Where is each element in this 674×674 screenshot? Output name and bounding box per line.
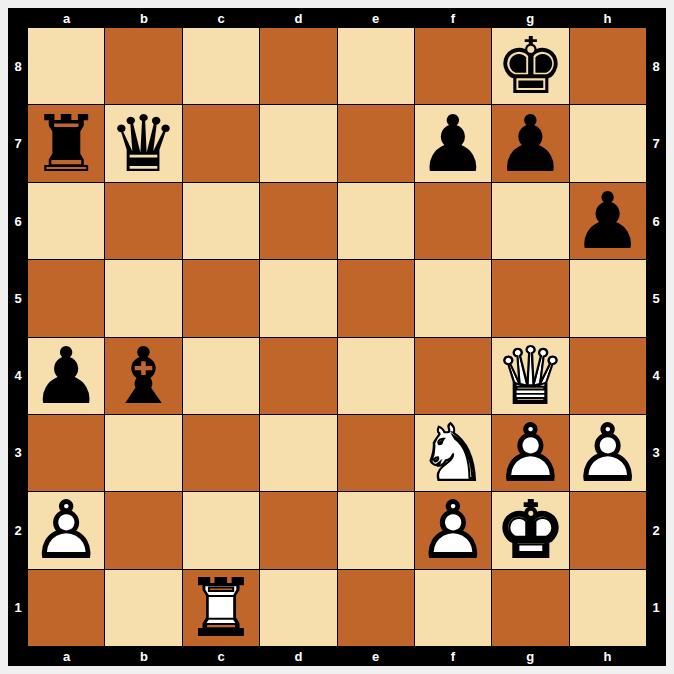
rank-label-left-2: 2 (8, 492, 28, 569)
square-a3[interactable] (28, 415, 104, 491)
square-d2[interactable] (260, 492, 336, 568)
rank-label-right-2: 2 (646, 492, 666, 569)
file-label-top-h: h (569, 8, 646, 28)
square-a2[interactable]: ♟♙ (28, 492, 104, 568)
square-b6[interactable] (105, 183, 181, 259)
board-frame: abcdefgh abcdefgh 87654321 87654321 ♚♜♛♟… (8, 8, 666, 666)
square-c2[interactable] (183, 492, 259, 568)
square-c7[interactable] (183, 105, 259, 181)
square-g8[interactable]: ♚ (492, 28, 568, 104)
rank-label-left-7: 7 (8, 105, 28, 182)
file-label-top-d: d (260, 8, 337, 28)
square-c6[interactable] (183, 183, 259, 259)
square-e5[interactable] (338, 260, 414, 336)
square-a5[interactable] (28, 260, 104, 336)
square-e3[interactable] (338, 415, 414, 491)
square-b1[interactable] (105, 570, 181, 646)
file-label-bottom-b: b (105, 646, 182, 666)
black-pawn-icon: ♟ (570, 183, 646, 259)
white-pawn-outline-icon: ♙ (570, 415, 646, 491)
square-g7[interactable]: ♟ (492, 105, 568, 181)
square-g3[interactable]: ♟♙ (492, 415, 568, 491)
square-e1[interactable] (338, 570, 414, 646)
square-b5[interactable] (105, 260, 181, 336)
white-pawn-outline-icon: ♙ (415, 492, 491, 568)
square-e6[interactable] (338, 183, 414, 259)
black-rook-icon: ♜ (28, 105, 104, 181)
square-b2[interactable] (105, 492, 181, 568)
rank-labels-left: 87654321 (8, 28, 28, 646)
square-c3[interactable] (183, 415, 259, 491)
rank-label-left-8: 8 (8, 28, 28, 105)
square-f7[interactable]: ♟ (415, 105, 491, 181)
rank-label-right-8: 8 (646, 28, 666, 105)
file-label-bottom-d: d (260, 646, 337, 666)
white-pawn-outline-icon: ♙ (28, 492, 104, 568)
board-squares: ♚♜♛♟♟♟♟♝♛♕♞♘♟♙♟♙♟♙♟♙♚♔♜♖ (28, 28, 646, 646)
black-bishop-icon: ♝ (105, 338, 181, 414)
white-rook-outline-icon: ♖ (183, 570, 259, 646)
square-h3[interactable]: ♟♙ (570, 415, 646, 491)
file-label-top-b: b (105, 8, 182, 28)
rank-label-right-5: 5 (646, 260, 666, 337)
file-label-bottom-h: h (569, 646, 646, 666)
square-d1[interactable] (260, 570, 336, 646)
file-label-bottom-g: g (492, 646, 569, 666)
square-c5[interactable] (183, 260, 259, 336)
file-labels-bottom: abcdefgh (28, 646, 646, 666)
file-label-top-e: e (337, 8, 414, 28)
black-pawn-icon: ♟ (415, 105, 491, 181)
square-e8[interactable] (338, 28, 414, 104)
rank-label-right-4: 4 (646, 337, 666, 414)
white-knight-outline-icon: ♘ (415, 415, 491, 491)
square-a7[interactable]: ♜ (28, 105, 104, 181)
rank-labels-right: 87654321 (646, 28, 666, 646)
square-a4[interactable]: ♟ (28, 338, 104, 414)
square-d5[interactable] (260, 260, 336, 336)
square-h2[interactable] (570, 492, 646, 568)
white-king-outline-icon: ♔ (492, 492, 568, 568)
square-h6[interactable]: ♟ (570, 183, 646, 259)
square-d8[interactable] (260, 28, 336, 104)
square-g2[interactable]: ♚♔ (492, 492, 568, 568)
square-b3[interactable] (105, 415, 181, 491)
rank-label-left-1: 1 (8, 569, 28, 646)
chess-diagram: abcdefgh abcdefgh 87654321 87654321 ♚♜♛♟… (0, 0, 674, 674)
square-d4[interactable] (260, 338, 336, 414)
square-c4[interactable] (183, 338, 259, 414)
rank-label-left-3: 3 (8, 414, 28, 491)
file-label-bottom-a: a (28, 646, 105, 666)
black-pawn-icon: ♟ (492, 105, 568, 181)
rank-label-left-4: 4 (8, 337, 28, 414)
square-a8[interactable] (28, 28, 104, 104)
black-queen-icon: ♛ (105, 105, 181, 181)
square-f1[interactable] (415, 570, 491, 646)
square-f5[interactable] (415, 260, 491, 336)
file-label-top-f: f (414, 8, 491, 28)
white-queen-outline-icon: ♕ (492, 338, 568, 414)
square-d7[interactable] (260, 105, 336, 181)
square-e7[interactable] (338, 105, 414, 181)
square-g1[interactable] (492, 570, 568, 646)
square-f8[interactable] (415, 28, 491, 104)
black-king-icon: ♚ (492, 28, 568, 104)
square-e2[interactable] (338, 492, 414, 568)
file-label-top-c: c (183, 8, 260, 28)
square-b7[interactable]: ♛ (105, 105, 181, 181)
rank-label-right-3: 3 (646, 414, 666, 491)
rank-label-left-6: 6 (8, 183, 28, 260)
file-label-top-a: a (28, 8, 105, 28)
square-d3[interactable] (260, 415, 336, 491)
square-h8[interactable] (570, 28, 646, 104)
square-f2[interactable]: ♟♙ (415, 492, 491, 568)
square-h7[interactable] (570, 105, 646, 181)
square-h5[interactable] (570, 260, 646, 336)
black-pawn-icon: ♟ (28, 338, 104, 414)
square-f3[interactable]: ♞♘ (415, 415, 491, 491)
square-b8[interactable] (105, 28, 181, 104)
square-c1[interactable]: ♜♖ (183, 570, 259, 646)
file-label-bottom-e: e (337, 646, 414, 666)
square-a1[interactable] (28, 570, 104, 646)
rank-label-left-5: 5 (8, 260, 28, 337)
square-g5[interactable] (492, 260, 568, 336)
rank-label-right-1: 1 (646, 569, 666, 646)
square-f4[interactable] (415, 338, 491, 414)
rank-label-right-7: 7 (646, 105, 666, 182)
square-b4[interactable]: ♝ (105, 338, 181, 414)
square-e4[interactable] (338, 338, 414, 414)
square-h1[interactable] (570, 570, 646, 646)
white-pawn-outline-icon: ♙ (492, 415, 568, 491)
rank-label-right-6: 6 (646, 183, 666, 260)
square-h4[interactable] (570, 338, 646, 414)
square-g4[interactable]: ♛♕ (492, 338, 568, 414)
file-label-bottom-f: f (414, 646, 491, 666)
square-a6[interactable] (28, 183, 104, 259)
square-d6[interactable] (260, 183, 336, 259)
square-g6[interactable] (492, 183, 568, 259)
square-f6[interactable] (415, 183, 491, 259)
square-c8[interactable] (183, 28, 259, 104)
